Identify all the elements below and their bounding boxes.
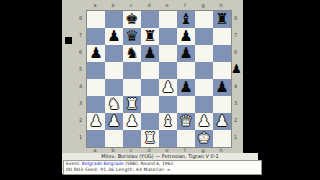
piece-white-pawn-g2[interactable]: ♟ xyxy=(197,113,210,130)
square-d5[interactable] xyxy=(141,62,159,79)
square-b5[interactable] xyxy=(105,62,123,79)
square-c5[interactable] xyxy=(123,62,141,79)
file-label-h: h xyxy=(219,3,222,8)
rank-label-7: 7 xyxy=(79,33,82,38)
piece-black-pawn-d6[interactable]: ♟ xyxy=(143,45,156,62)
video-frame: abcdefgh abcdefgh 87654321 87654321 ♚♝♜♟… xyxy=(0,0,320,180)
file-label-e: e xyxy=(165,3,168,8)
piece-black-king-c8[interactable]: ♚ xyxy=(125,11,138,28)
rank-label-1: 1 xyxy=(234,135,237,140)
piece-white-queen-f2[interactable]: ♛ xyxy=(179,113,192,130)
square-h1[interactable] xyxy=(213,130,231,147)
rank-labels-left: 87654321 xyxy=(79,10,82,148)
file-label-c: c xyxy=(130,3,133,8)
square-f5[interactable] xyxy=(177,62,195,79)
piece-white-pawn-a2[interactable]: ♟ xyxy=(89,113,102,130)
rank-label-1: 1 xyxy=(79,135,82,140)
rank-label-6: 6 xyxy=(79,50,82,55)
square-a7[interactable] xyxy=(87,28,105,45)
square-d2[interactable] xyxy=(141,113,159,130)
game-info-strip: Milov, Borislav (YUG) — Petrosian, Tigra… xyxy=(62,153,258,174)
square-g2[interactable]: ♟ xyxy=(195,113,213,130)
square-e3[interactable] xyxy=(159,96,177,113)
square-g4[interactable] xyxy=(195,79,213,96)
rank-label-4: 4 xyxy=(79,84,82,89)
game-details-box: Event: Belgrade Belgrade (SRB), Round 6,… xyxy=(63,160,262,175)
square-b1[interactable] xyxy=(105,130,123,147)
square-d7[interactable]: ♜ xyxy=(141,28,159,45)
square-h5[interactable] xyxy=(213,62,231,79)
piece-black-pawn-b7[interactable]: ♟ xyxy=(107,28,120,45)
square-f6[interactable]: ♟ xyxy=(177,45,195,62)
rank-label-5: 5 xyxy=(79,67,82,72)
square-g7[interactable] xyxy=(195,28,213,45)
material-indicator-black-pawn-icon: ♟ xyxy=(231,62,242,76)
event-link[interactable]: Belgrade Belgrade xyxy=(82,161,124,166)
square-e6[interactable] xyxy=(159,45,177,62)
square-d8[interactable] xyxy=(141,11,159,28)
square-b3[interactable]: ♞ xyxy=(105,96,123,113)
chess-board[interactable]: ♚♝♜♟♛♜♟♟♞♟♟♟♟♟♞♜♟♟♟♝♛♟♟♜♚ xyxy=(86,10,232,148)
piece-black-pawn-f7[interactable]: ♟ xyxy=(179,28,192,45)
piece-black-queen-c7[interactable]: ♛ xyxy=(125,28,138,45)
square-b4[interactable] xyxy=(105,79,123,96)
square-c6[interactable]: ♞ xyxy=(123,45,141,62)
square-f2[interactable]: ♛ xyxy=(177,113,195,130)
piece-white-bishop-e2[interactable]: ♝ xyxy=(161,113,174,130)
square-g8[interactable] xyxy=(195,11,213,28)
piece-black-pawn-f6[interactable]: ♟ xyxy=(179,45,192,62)
square-d3[interactable] xyxy=(141,96,159,113)
rank-label-8: 8 xyxy=(234,16,237,21)
stats-line: 00 R03 Seed: 91.36 Length: 44 Material: … xyxy=(66,167,259,173)
rank-label-3: 3 xyxy=(79,101,82,106)
square-c3[interactable]: ♜ xyxy=(123,96,141,113)
file-label-g: g xyxy=(201,3,204,8)
file-label-a: a xyxy=(93,3,96,8)
rank-label-2: 2 xyxy=(234,118,237,123)
rank-label-3: 3 xyxy=(234,101,237,106)
rank-label-4: 4 xyxy=(234,84,237,89)
square-d6[interactable]: ♟ xyxy=(141,45,159,62)
rank-label-8: 8 xyxy=(79,16,82,21)
square-a2[interactable]: ♟ xyxy=(87,113,105,130)
square-h4[interactable]: ♟ xyxy=(213,79,231,96)
square-e4[interactable]: ♟ xyxy=(159,79,177,96)
piece-white-pawn-b2[interactable]: ♟ xyxy=(107,113,120,130)
square-g1[interactable]: ♚ xyxy=(195,130,213,147)
square-f3[interactable] xyxy=(177,96,195,113)
file-labels-top: abcdefgh xyxy=(86,3,232,8)
square-e5[interactable] xyxy=(159,62,177,79)
square-f1[interactable] xyxy=(177,130,195,147)
piece-white-pawn-e4[interactable]: ♟ xyxy=(161,79,174,96)
players-result-line: Milov, Borislav (YUG) — Petrosian, Tigra… xyxy=(62,153,258,160)
square-c7[interactable]: ♛ xyxy=(123,28,141,45)
piece-black-pawn-a6[interactable]: ♟ xyxy=(89,45,102,62)
square-f7[interactable]: ♟ xyxy=(177,28,195,45)
square-h7[interactable] xyxy=(213,28,231,45)
square-b2[interactable]: ♟ xyxy=(105,113,123,130)
square-e1[interactable] xyxy=(159,130,177,147)
piece-black-rook-h8[interactable]: ♜ xyxy=(215,11,228,28)
black-to-move-indicator xyxy=(65,37,72,44)
event-label: Event: xyxy=(66,161,80,166)
piece-black-bishop-f8[interactable]: ♝ xyxy=(179,11,192,28)
square-e7[interactable] xyxy=(159,28,177,45)
square-c2[interactable]: ♟ xyxy=(123,113,141,130)
file-label-d: d xyxy=(147,3,150,8)
square-g5[interactable] xyxy=(195,62,213,79)
square-c1[interactable] xyxy=(123,130,141,147)
square-c8[interactable]: ♚ xyxy=(123,11,141,28)
rank-label-6: 6 xyxy=(234,50,237,55)
square-f4[interactable]: ♟ xyxy=(177,79,195,96)
piece-white-rook-c3[interactable]: ♜ xyxy=(125,96,138,113)
piece-black-knight-c6[interactable]: ♞ xyxy=(125,45,138,62)
square-a4[interactable] xyxy=(87,79,105,96)
piece-white-pawn-c2[interactable]: ♟ xyxy=(125,113,138,130)
file-label-f: f xyxy=(184,3,186,8)
piece-white-king-g1[interactable]: ♚ xyxy=(197,130,210,147)
piece-white-pawn-h2[interactable]: ♟ xyxy=(215,113,228,130)
square-h3[interactable] xyxy=(213,96,231,113)
piece-white-knight-b3[interactable]: ♞ xyxy=(107,96,120,113)
square-f8[interactable]: ♝ xyxy=(177,11,195,28)
square-a6[interactable]: ♟ xyxy=(87,45,105,62)
rank-label-2: 2 xyxy=(79,118,82,123)
square-h2[interactable]: ♟ xyxy=(213,113,231,130)
square-e8[interactable] xyxy=(159,11,177,28)
square-c4[interactable] xyxy=(123,79,141,96)
square-g3[interactable] xyxy=(195,96,213,113)
square-a1[interactable] xyxy=(87,130,105,147)
square-d4[interactable] xyxy=(141,79,159,96)
event-details: (SRB), Round 6, 1962 xyxy=(125,161,173,166)
square-h8[interactable]: ♜ xyxy=(213,11,231,28)
file-label-b: b xyxy=(111,3,114,8)
square-h6[interactable] xyxy=(213,45,231,62)
piece-white-rook-d1[interactable]: ♜ xyxy=(143,130,156,147)
rank-labels-right: 87654321 xyxy=(234,10,237,148)
square-b6[interactable] xyxy=(105,45,123,62)
square-b8[interactable] xyxy=(105,11,123,28)
square-a5[interactable] xyxy=(87,62,105,79)
square-d1[interactable]: ♜ xyxy=(141,130,159,147)
square-a8[interactable] xyxy=(87,11,105,28)
square-e2[interactable]: ♝ xyxy=(159,113,177,130)
square-b7[interactable]: ♟ xyxy=(105,28,123,45)
square-g6[interactable] xyxy=(195,45,213,62)
piece-black-rook-d7[interactable]: ♜ xyxy=(143,28,156,45)
square-a3[interactable] xyxy=(87,96,105,113)
rank-label-7: 7 xyxy=(234,33,237,38)
piece-black-pawn-f4[interactable]: ♟ xyxy=(179,79,192,96)
piece-black-pawn-h4[interactable]: ♟ xyxy=(215,79,228,96)
